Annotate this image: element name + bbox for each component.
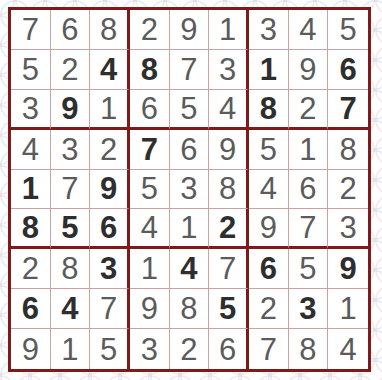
sudoku-cell-r7c6[interactable]: 7 (209, 249, 249, 289)
sudoku-cell-r3c8[interactable]: 2 (289, 90, 329, 130)
sudoku-cell-r1c7[interactable]: 3 (249, 10, 289, 50)
sudoku-cell-r6c8[interactable]: 7 (289, 209, 329, 249)
sudoku-cell-r8c1[interactable]: 6 (11, 289, 51, 329)
sudoku-cell-r8c6[interactable]: 5 (209, 289, 249, 329)
sudoku-cell-r8c8[interactable]: 3 (289, 289, 329, 329)
sudoku-cell-r7c9[interactable]: 9 (328, 249, 368, 289)
sudoku-cell-r2c8[interactable]: 9 (289, 50, 329, 90)
sudoku-cell-r7c5[interactable]: 4 (170, 249, 210, 289)
sudoku-cell-r4c8[interactable]: 1 (289, 130, 329, 170)
sudoku-cell-r6c9[interactable]: 3 (328, 209, 368, 249)
sudoku-cell-r6c6[interactable]: 2 (209, 209, 249, 249)
sudoku-cell-r6c5[interactable]: 1 (170, 209, 210, 249)
sudoku-cell-r1c9[interactable]: 5 (328, 10, 368, 50)
sudoku-cell-r3c6[interactable]: 4 (209, 90, 249, 130)
sudoku-cell-r4c6[interactable]: 9 (209, 130, 249, 170)
sudoku-cell-r3c2[interactable]: 9 (51, 90, 91, 130)
sudoku-cell-r7c2[interactable]: 8 (51, 249, 91, 289)
sudoku-cell-r7c7[interactable]: 6 (249, 249, 289, 289)
sudoku-cell-r2c9[interactable]: 6 (328, 50, 368, 90)
sudoku-cell-r5c7[interactable]: 4 (249, 170, 289, 210)
sudoku-cell-r9c8[interactable]: 8 (289, 329, 329, 369)
sudoku-cell-r7c3[interactable]: 3 (90, 249, 130, 289)
sudoku-cell-r9c4[interactable]: 3 (130, 329, 170, 369)
sudoku-cell-r1c8[interactable]: 4 (289, 10, 329, 50)
sudoku-cell-r2c7[interactable]: 1 (249, 50, 289, 90)
sudoku-cell-r1c4[interactable]: 2 (130, 10, 170, 50)
sudoku-cell-r5c1[interactable]: 1 (11, 170, 51, 210)
sudoku-cell-r4c3[interactable]: 2 (90, 130, 130, 170)
sudoku-cell-r8c9[interactable]: 1 (328, 289, 368, 329)
sudoku-cell-r6c7[interactable]: 9 (249, 209, 289, 249)
sudoku-cell-r8c7[interactable]: 2 (249, 289, 289, 329)
sudoku-cell-r3c5[interactable]: 5 (170, 90, 210, 130)
sudoku-cell-r2c6[interactable]: 3 (209, 50, 249, 90)
sudoku-cell-r1c1[interactable]: 7 (11, 10, 51, 50)
sudoku-cell-r4c9[interactable]: 8 (328, 130, 368, 170)
page-background: { "game": "sudoku", "grid_size": 9, "pos… (0, 0, 382, 380)
sudoku-cell-r8c5[interactable]: 8 (170, 289, 210, 329)
sudoku-cell-r2c4[interactable]: 8 (130, 50, 170, 90)
sudoku-cell-r6c1[interactable]: 8 (11, 209, 51, 249)
sudoku-cell-r9c3[interactable]: 5 (90, 329, 130, 369)
sudoku-cell-r7c1[interactable]: 2 (11, 249, 51, 289)
sudoku-cell-r5c6[interactable]: 8 (209, 170, 249, 210)
sudoku-cell-r7c4[interactable]: 1 (130, 249, 170, 289)
sudoku-cell-r4c5[interactable]: 6 (170, 130, 210, 170)
sudoku-cell-r6c3[interactable]: 6 (90, 209, 130, 249)
sudoku-cell-r6c4[interactable]: 4 (130, 209, 170, 249)
sudoku-cell-r1c6[interactable]: 1 (209, 10, 249, 50)
sudoku-cell-r3c7[interactable]: 8 (249, 90, 289, 130)
sudoku-cell-r1c2[interactable]: 6 (51, 10, 91, 50)
sudoku-cell-r4c4[interactable]: 7 (130, 130, 170, 170)
sudoku-cell-r1c3[interactable]: 8 (90, 10, 130, 50)
sudoku-cell-r6c2[interactable]: 5 (51, 209, 91, 249)
sudoku-cell-r7c8[interactable]: 5 (289, 249, 329, 289)
sudoku-cell-r9c6[interactable]: 6 (209, 329, 249, 369)
sudoku-cell-r4c7[interactable]: 5 (249, 130, 289, 170)
sudoku-cell-r2c5[interactable]: 7 (170, 50, 210, 90)
sudoku-cell-r2c3[interactable]: 4 (90, 50, 130, 90)
sudoku-cell-r5c8[interactable]: 6 (289, 170, 329, 210)
sudoku-cell-r9c9[interactable]: 4 (328, 329, 368, 369)
sudoku-cell-r8c2[interactable]: 4 (51, 289, 91, 329)
sudoku-cell-r2c2[interactable]: 2 (51, 50, 91, 90)
sudoku-cell-r5c2[interactable]: 7 (51, 170, 91, 210)
sudoku-cell-r8c4[interactable]: 9 (130, 289, 170, 329)
sudoku-cell-r5c4[interactable]: 5 (130, 170, 170, 210)
sudoku-cell-r3c9[interactable]: 7 (328, 90, 368, 130)
sudoku-cell-r2c1[interactable]: 5 (11, 50, 51, 90)
sudoku-cell-r5c3[interactable]: 9 (90, 170, 130, 210)
sudoku-cell-r1c5[interactable]: 9 (170, 10, 210, 50)
sudoku-cell-r3c1[interactable]: 3 (11, 90, 51, 130)
sudoku-cell-r9c7[interactable]: 7 (249, 329, 289, 369)
sudoku-cell-r3c4[interactable]: 6 (130, 90, 170, 130)
sudoku-cell-r9c1[interactable]: 9 (11, 329, 51, 369)
sudoku-board: 7682913455248731963916548274327695181795… (8, 7, 371, 372)
sudoku-cell-r8c3[interactable]: 7 (90, 289, 130, 329)
sudoku-cell-r9c5[interactable]: 2 (170, 329, 210, 369)
sudoku-cell-r4c1[interactable]: 4 (11, 130, 51, 170)
sudoku-cell-r5c9[interactable]: 2 (328, 170, 368, 210)
sudoku-cell-r5c5[interactable]: 3 (170, 170, 210, 210)
sudoku-cell-r4c2[interactable]: 3 (51, 130, 91, 170)
sudoku-cell-r9c2[interactable]: 1 (51, 329, 91, 369)
sudoku-cell-r3c3[interactable]: 1 (90, 90, 130, 130)
